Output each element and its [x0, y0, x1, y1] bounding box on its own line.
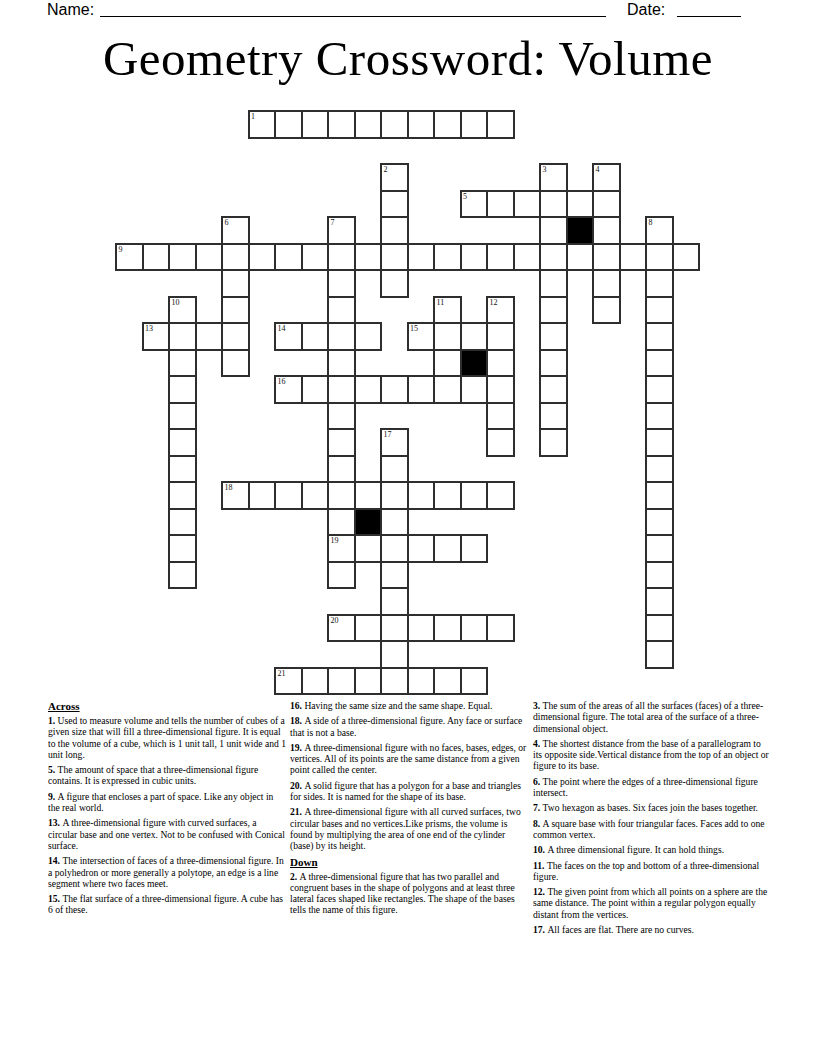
grid-cell-16-8[interactable]: 19: [327, 534, 356, 563]
grid-cell-14-9[interactable]: [354, 481, 383, 510]
grid-cell-16-2[interactable]: [168, 534, 197, 563]
grid-cell-5-3[interactable]: [195, 243, 224, 272]
clue-across-18: 18. A side of a three-dimensional figure…: [290, 715, 528, 738]
grid-cell-15-8[interactable]: [327, 508, 356, 537]
grid-cell-4-16[interactable]: [539, 216, 568, 245]
grid-cell-3-17[interactable]: [566, 190, 595, 219]
grid-cell-7-18[interactable]: [592, 296, 621, 325]
grid-cell-0-11[interactable]: [407, 110, 436, 139]
grid-cell-5-6[interactable]: [274, 243, 303, 272]
date-label: Date:: [627, 0, 665, 19]
grid-cell-19-11[interactable]: [407, 614, 436, 643]
clue-across-20: 20. A solid figure that has a polygon fo…: [290, 780, 528, 803]
grid-cell-10-7[interactable]: [301, 375, 330, 404]
cell-number-6: 6: [225, 218, 229, 227]
grid-cell-16-20[interactable]: [645, 534, 674, 563]
cell-number-8: 8: [649, 218, 653, 227]
grid-cell-17-2[interactable]: [168, 561, 197, 590]
cell-number-1: 1: [251, 112, 255, 121]
clue-across-9: 9. A figure that encloses a part of spac…: [48, 791, 286, 814]
grid-cell-8-11[interactable]: 15: [407, 322, 436, 351]
grid-cell-12-10[interactable]: 17: [380, 428, 409, 457]
grid-cell-12-2[interactable]: [168, 428, 197, 457]
grid-cell-7-14[interactable]: 12: [486, 296, 515, 325]
grid-cell-8-20[interactable]: [645, 322, 674, 351]
clue-down-4: 4. The shortest distance from the base o…: [533, 738, 771, 772]
cell-number-4: 4: [596, 165, 600, 174]
grid-cell-21-8[interactable]: [327, 667, 356, 696]
grid-cell-9-20[interactable]: [645, 349, 674, 378]
cell-number-21: 21: [278, 669, 286, 678]
cell-number-7: 7: [331, 218, 335, 227]
grid-cell-10-9[interactable]: [354, 375, 383, 404]
grid-cell-10-8[interactable]: [327, 375, 356, 404]
grid-cell-14-13[interactable]: [460, 481, 489, 510]
grid-cell-5-7[interactable]: [301, 243, 330, 272]
grid-cell-21-12[interactable]: [433, 667, 462, 696]
clues-column-3: 3. The sum of the areas of all the surfa…: [533, 700, 771, 939]
grid-cell-0-7[interactable]: [301, 110, 330, 139]
grid-cell-11-2[interactable]: [168, 402, 197, 431]
cell-number-15: 15: [410, 324, 418, 333]
grid-cell-5-12[interactable]: [433, 243, 462, 272]
clue-down-12: 12. The given point from which all point…: [533, 886, 771, 920]
grid-cell-19-12[interactable]: [433, 614, 462, 643]
grid-cell-10-13[interactable]: [460, 375, 489, 404]
name-label: Name:: [47, 0, 94, 19]
grid-cell-8-3[interactable]: [195, 322, 224, 351]
grid-cell-6-10[interactable]: [380, 269, 409, 298]
grid-cell-13-2[interactable]: [168, 455, 197, 484]
grid-cell-8-1[interactable]: 13: [142, 322, 171, 351]
grid-cell-8-12[interactable]: [433, 322, 462, 351]
crossword-grid: 123456789101112131415161718192021: [115, 110, 701, 696]
clues-col2-down: 2. A three-dimensional figure that has t…: [290, 871, 528, 916]
clue-across-5: 5. The amount of space that a three-dime…: [48, 764, 286, 787]
grid-cell-3-15[interactable]: [513, 190, 542, 219]
grid-cell-0-14[interactable]: [486, 110, 515, 139]
clue-down-11: 11. The faces on the top and bottom of a…: [533, 860, 771, 883]
grid-cell-5-5[interactable]: [248, 243, 277, 272]
grid-cell-13-8[interactable]: [327, 455, 356, 484]
grid-cell-9-16[interactable]: [539, 349, 568, 378]
grid-cell-4-18[interactable]: [592, 216, 621, 245]
grid-cell-14-2[interactable]: [168, 481, 197, 510]
clue-down-2: 2. A three-dimensional figure that has t…: [290, 871, 528, 916]
clue-across-1: 1. Used to measure volume and tells the …: [48, 715, 286, 760]
grid-cell-10-2[interactable]: [168, 375, 197, 404]
cell-number-3: 3: [543, 165, 547, 174]
grid-cell-13-10[interactable]: [380, 455, 409, 484]
grid-cell-21-6[interactable]: 21: [274, 667, 303, 696]
grid-cell-9-4[interactable]: [221, 349, 250, 378]
clue-down-6: 6. The point where the edges of a three-…: [533, 776, 771, 799]
grid-cell-3-13[interactable]: 5: [460, 190, 489, 219]
cell-number-10: 10: [172, 298, 180, 307]
grid-cell-5-20[interactable]: [645, 243, 674, 272]
grid-cell-10-6[interactable]: 16: [274, 375, 303, 404]
clue-down-8: 8. A square base with four triangular fa…: [533, 818, 771, 841]
clues-col1-across: 1. Used to measure volume and tells the …: [48, 715, 286, 916]
grid-cell-5-19[interactable]: [619, 243, 648, 272]
grid-cell-15-10[interactable]: [380, 508, 409, 537]
grid-cell-5-8[interactable]: [327, 243, 356, 272]
grid-cell-0-8[interactable]: [327, 110, 356, 139]
grid-cell-0-6[interactable]: [274, 110, 303, 139]
grid-cell-18-20[interactable]: [645, 587, 674, 616]
grid-cell-0-12[interactable]: [433, 110, 462, 139]
grid-cell-8-16[interactable]: [539, 322, 568, 351]
grid-cell-5-16[interactable]: [539, 243, 568, 272]
clue-down-10: 10. A three dimensional figure. It can h…: [533, 844, 771, 855]
cell-number-17: 17: [384, 430, 392, 439]
grid-cell-19-8[interactable]: 20: [327, 614, 356, 643]
grid-cell-0-9[interactable]: [354, 110, 383, 139]
grid-cell-10-11[interactable]: [407, 375, 436, 404]
grid-cell-0-5[interactable]: 1: [248, 110, 277, 139]
grid-cell-0-10[interactable]: [380, 110, 409, 139]
grid-cell-7-16[interactable]: [539, 296, 568, 325]
grid-cell-5-10[interactable]: [380, 243, 409, 272]
grid-cell-11-14[interactable]: [486, 402, 515, 431]
date-input-line[interactable]: [677, 16, 741, 17]
grid-cell-7-4[interactable]: [221, 296, 250, 325]
grid-cell-16-12[interactable]: [433, 534, 462, 563]
grid-cell-15-2[interactable]: [168, 508, 197, 537]
grid-cell-21-13[interactable]: [460, 667, 489, 696]
page-title: Geometry Crossword: Volume: [0, 33, 816, 85]
down-heading: Down: [290, 856, 528, 868]
grid-cell-10-20[interactable]: [645, 375, 674, 404]
grid-cell-20-20[interactable]: [645, 640, 674, 669]
grid-cell-14-14[interactable]: [486, 481, 515, 510]
grid-cell-3-18[interactable]: [592, 190, 621, 219]
grid-cell-12-8[interactable]: [327, 428, 356, 457]
clue-across-16: 16. Having the same size and the same sh…: [290, 700, 528, 711]
grid-cell-6-4[interactable]: [221, 269, 250, 298]
across-heading: Across: [48, 700, 286, 712]
grid-cell-9-12[interactable]: [433, 349, 462, 378]
cell-number-13: 13: [145, 324, 153, 333]
grid-cell-14-5[interactable]: [248, 481, 277, 510]
cell-number-5: 5: [463, 192, 467, 201]
grid-cell-4-8[interactable]: 7: [327, 216, 356, 245]
grid-cell-11-16[interactable]: [539, 402, 568, 431]
grid-cell-10-14[interactable]: [486, 375, 515, 404]
grid-cell-5-4[interactable]: [221, 243, 250, 272]
clue-across-21: 21. A three-dimensional figure with all …: [290, 806, 528, 851]
grid-cell-14-8[interactable]: [327, 481, 356, 510]
clue-down-3: 3. The sum of the areas of all the surfa…: [533, 700, 771, 734]
grid-cell-5-15[interactable]: [513, 243, 542, 272]
grid-cell-5-2[interactable]: [168, 243, 197, 272]
grid-cell-2-10[interactable]: 2: [380, 163, 409, 192]
grid-cell-8-9[interactable]: [354, 322, 383, 351]
cell-number-9: 9: [119, 245, 123, 254]
grid-cell-13-20[interactable]: [645, 455, 674, 484]
grid-cell-16-11[interactable]: [407, 534, 436, 563]
blocked-cell-4-17: [566, 216, 595, 245]
cell-number-14: 14: [278, 324, 286, 333]
grid-cell-14-20[interactable]: [645, 481, 674, 510]
grid-cell-4-20[interactable]: 8: [645, 216, 674, 245]
grid-cell-8-6[interactable]: 14: [274, 322, 303, 351]
grid-cell-9-8[interactable]: [327, 349, 356, 378]
cell-number-18: 18: [225, 483, 233, 492]
grid-cell-5-1[interactable]: [142, 243, 171, 272]
grid-cell-21-7[interactable]: [301, 667, 330, 696]
grid-cell-10-12[interactable]: [433, 375, 462, 404]
grid-cell-6-18[interactable]: [592, 269, 621, 298]
grid-cell-12-20[interactable]: [645, 428, 674, 457]
grid-cell-16-13[interactable]: [460, 534, 489, 563]
grid-cell-8-14[interactable]: [486, 322, 515, 351]
grid-cell-3-14[interactable]: [486, 190, 515, 219]
cell-number-12: 12: [490, 298, 498, 307]
grid-cell-19-13[interactable]: [460, 614, 489, 643]
grid-cell-7-8[interactable]: [327, 296, 356, 325]
cell-number-2: 2: [384, 165, 388, 174]
grid-cell-11-20[interactable]: [645, 402, 674, 431]
grid-cell-7-12[interactable]: 11: [433, 296, 462, 325]
blocked-cell-15-9: [354, 508, 383, 537]
clue-down-7: 7. Two hexagon as bases. Six faces join …: [533, 802, 771, 813]
clue-across-19: 19. A three-dimensional figure with no f…: [290, 742, 528, 776]
grid-cell-8-13[interactable]: [460, 322, 489, 351]
grid-cell-4-10[interactable]: [380, 216, 409, 245]
grid-cell-18-10[interactable]: [380, 587, 409, 616]
clues-col2-across: 16. Having the same size and the same sh…: [290, 700, 528, 852]
grid-cell-5-17[interactable]: [566, 243, 595, 272]
cell-number-16: 16: [278, 377, 286, 386]
cell-number-11: 11: [437, 298, 445, 307]
grid-cell-15-20[interactable]: [645, 508, 674, 537]
grid-cell-17-20[interactable]: [645, 561, 674, 590]
grid-cell-14-4[interactable]: 18: [221, 481, 250, 510]
clue-across-15: 15. The flat surface of a three-dimensio…: [48, 893, 286, 916]
grid-cell-20-10[interactable]: [380, 640, 409, 669]
grid-cell-5-18[interactable]: [592, 243, 621, 272]
grid-cell-14-11[interactable]: [407, 481, 436, 510]
blocked-cell-9-13: [460, 349, 489, 378]
grid-cell-6-8[interactable]: [327, 269, 356, 298]
grid-cell-6-20[interactable]: [645, 269, 674, 298]
grid-cell-17-8[interactable]: [327, 561, 356, 590]
grid-cell-10-16[interactable]: [539, 375, 568, 404]
grid-cell-8-4[interactable]: [221, 322, 250, 351]
grid-cell-21-9[interactable]: [354, 667, 383, 696]
grid-cell-8-8[interactable]: [327, 322, 356, 351]
grid-cell-12-14[interactable]: [486, 428, 515, 457]
grid-cell-17-10[interactable]: [380, 561, 409, 590]
grid-cell-0-13[interactable]: [460, 110, 489, 139]
grid-cell-9-2[interactable]: [168, 349, 197, 378]
grid-cell-5-13[interactable]: [460, 243, 489, 272]
grid-cell-7-20[interactable]: [645, 296, 674, 325]
grid-cell-2-18[interactable]: 4: [592, 163, 621, 192]
clue-across-14: 14. The intersection of faces of a three…: [48, 855, 286, 889]
grid-cell-3-10[interactable]: [380, 190, 409, 219]
clues-column-1: Across 1. Used to measure volume and tel…: [48, 700, 286, 920]
grid-cell-3-16[interactable]: [539, 190, 568, 219]
grid-cell-19-20[interactable]: [645, 614, 674, 643]
grid-cell-6-16[interactable]: [539, 269, 568, 298]
grid-cell-8-2[interactable]: [168, 322, 197, 351]
grid-cell-21-11[interactable]: [407, 667, 436, 696]
name-input-line[interactable]: [100, 16, 606, 17]
grid-cell-19-10[interactable]: [380, 614, 409, 643]
grid-cell-10-10[interactable]: [380, 375, 409, 404]
grid-cell-12-16[interactable]: [539, 428, 568, 457]
clue-down-17: 17. All faces are flat. There are no cur…: [533, 924, 771, 935]
grid-cell-14-6[interactable]: [274, 481, 303, 510]
grid-cell-14-7[interactable]: [301, 481, 330, 510]
grid-cell-5-9[interactable]: [354, 243, 383, 272]
clues-col3-down: 3. The sum of the areas of all the surfa…: [533, 700, 771, 935]
grid-cell-8-7[interactable]: [301, 322, 330, 351]
grid-cell-4-4[interactable]: 6: [221, 216, 250, 245]
grid-cell-16-10[interactable]: [380, 534, 409, 563]
cell-number-20: 20: [331, 616, 339, 625]
grid-cell-14-12[interactable]: [433, 481, 462, 510]
grid-cell-9-14[interactable]: [486, 349, 515, 378]
grid-cell-19-9[interactable]: [354, 614, 383, 643]
clues-column-2: 16. Having the same size and the same sh…: [290, 700, 528, 920]
grid-cell-5-14[interactable]: [486, 243, 515, 272]
grid-cell-16-9[interactable]: [354, 534, 383, 563]
grid-cell-5-0[interactable]: 9: [115, 243, 144, 272]
grid-cell-14-10[interactable]: [380, 481, 409, 510]
clue-across-13: 13. A three-dimensional figure with curv…: [48, 817, 286, 851]
cell-number-19: 19: [331, 536, 339, 545]
grid-cell-11-8[interactable]: [327, 402, 356, 431]
grid-cell-7-2[interactable]: 10: [168, 296, 197, 325]
grid-cell-2-16[interactable]: 3: [539, 163, 568, 192]
grid-cell-21-10[interactable]: [380, 667, 409, 696]
grid-cell-19-14[interactable]: [486, 614, 515, 643]
grid-cell-5-21[interactable]: [672, 243, 701, 272]
grid-cell-5-11[interactable]: [407, 243, 436, 272]
